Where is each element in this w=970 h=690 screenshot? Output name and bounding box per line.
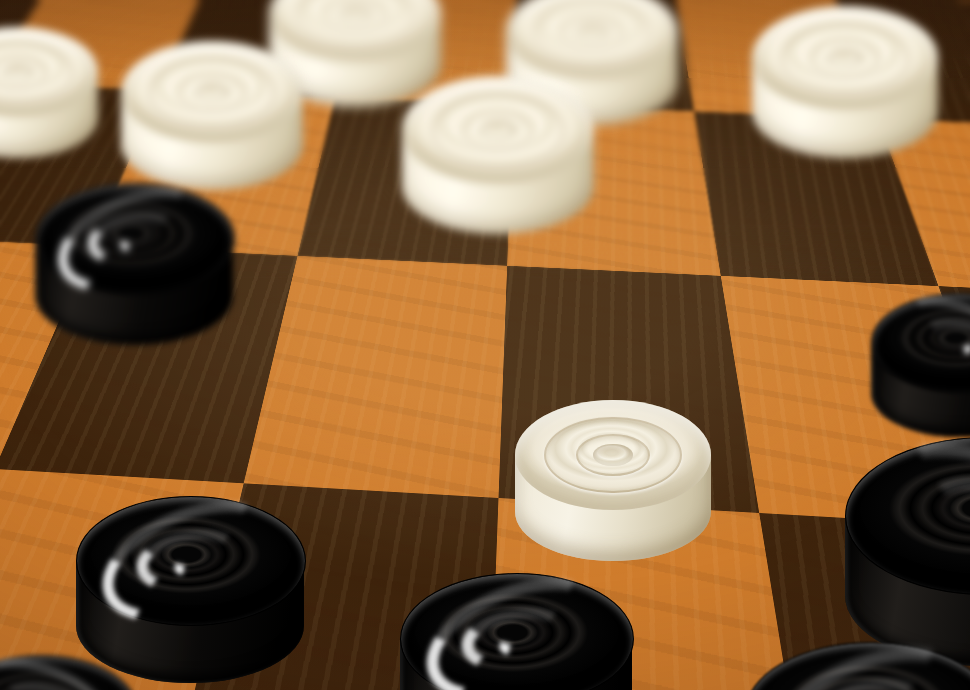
piece-center-dome <box>338 4 372 23</box>
gloss-highlight-arcs <box>846 438 970 595</box>
gloss-highlight-arcs <box>401 574 633 690</box>
checker-piece-black-a1[interactable]: ⛂ <box>0 655 135 690</box>
piece-top <box>35 183 235 296</box>
checker-piece-white-g7[interactable]: ⛀ <box>752 6 938 159</box>
gloss-highlight-arcs <box>872 294 970 392</box>
checker-piece-white-f6[interactable]: ⛀ <box>402 76 594 233</box>
checkers-board-photo: ⛀⛀⛀⛀⛀⛀⛀⛂⛂⛂⛂⛂⛂⛂ <box>0 0 970 690</box>
pieces-layer: ⛀⛀⛀⛀⛀⛀⛀⛂⛂⛂⛂⛂⛂⛂ <box>0 0 970 690</box>
gloss-highlight-arcs <box>0 656 136 690</box>
piece-top <box>0 655 137 690</box>
checker-piece-white-c7[interactable]: ⛀ <box>121 41 303 190</box>
checker-piece-black-g1[interactable]: ⛂ <box>745 642 970 690</box>
gloss-highlight-arcs <box>77 497 305 625</box>
piece-center-dome <box>575 22 609 41</box>
piece-top <box>76 496 306 626</box>
piece-top <box>400 573 634 690</box>
checker-piece-white-e3[interactable]: ⛀ <box>515 400 711 561</box>
piece-top <box>745 642 970 690</box>
checker-piece-black-a5[interactable]: ⛂ <box>35 183 233 345</box>
piece-top <box>121 41 303 143</box>
gloss-highlight-arcs <box>36 184 234 295</box>
piece-top <box>752 6 938 110</box>
checker-piece-black-e1[interactable]: ⛂ <box>400 573 632 690</box>
checker-piece-black-h4[interactable]: ⛂ <box>871 293 970 437</box>
piece-top <box>845 437 970 596</box>
gloss-highlight-arcs <box>746 643 970 690</box>
piece-center-dome <box>593 444 632 466</box>
piece-top <box>871 293 970 393</box>
checker-piece-white-a7[interactable]: ⛀ <box>0 27 98 158</box>
piece-center-dome <box>826 48 863 69</box>
piece-center-dome <box>479 119 517 141</box>
piece-top <box>402 76 594 184</box>
checker-piece-black-h2[interactable]: ⛂ <box>845 437 970 667</box>
piece-center-dome <box>2 63 34 81</box>
piece-top <box>515 400 711 510</box>
